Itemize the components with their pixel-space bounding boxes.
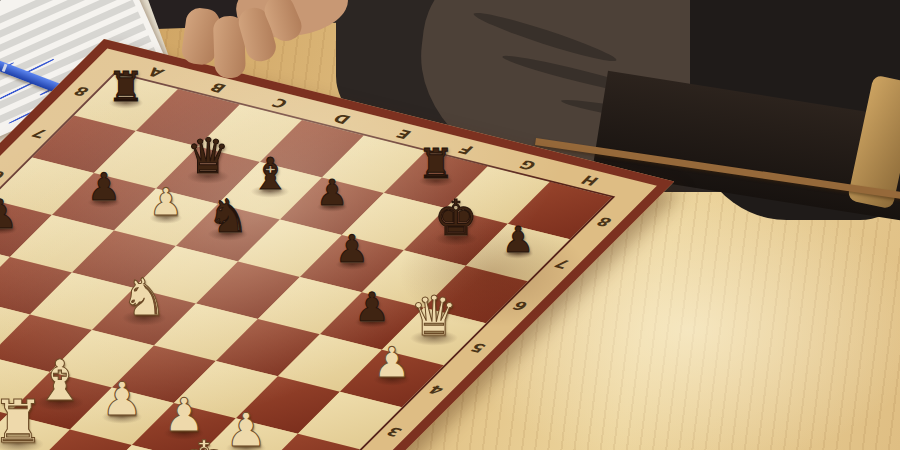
file-label-e: E	[392, 126, 415, 141]
reaching-hand	[175, 0, 359, 95]
piece-black-pawn-g5[interactable]: ♟	[352, 287, 392, 327]
piece-white-pawn-e2[interactable]: ♟	[99, 376, 145, 422]
piece-black-rook-f8[interactable]: ♜	[416, 144, 457, 185]
piece-white-king-g1[interactable]: ♚	[171, 432, 237, 450]
rank-label-left-7: 7	[28, 125, 51, 140]
piece-black-pawn-h7[interactable]: ♟	[500, 222, 536, 258]
file-label-c: C	[268, 95, 292, 110]
rank-label-right-4: 4	[425, 382, 448, 397]
rank-label-right-8: 8	[593, 214, 616, 229]
piece-black-rook-a8[interactable]: ♜	[106, 67, 147, 108]
piece-white-knight-d4[interactable]: ♞	[118, 272, 169, 323]
piece-white-rook-d1[interactable]: ♜	[0, 392, 48, 450]
piece-black-queen-c7[interactable]: ♛	[184, 133, 233, 182]
piece-white-queen-h5[interactable]: ♛	[407, 289, 462, 344]
piece-white-pawn-h4[interactable]: ♟	[371, 342, 413, 384]
piece-black-bishop-d7[interactable]: ♝	[248, 153, 292, 197]
file-label-a: A	[144, 64, 169, 80]
piece-black-knight-d6[interactable]: ♞	[205, 193, 251, 239]
file-label-h: H	[577, 173, 603, 189]
rank-label-right-3: 3	[383, 424, 406, 439]
file-label-f: F	[454, 142, 477, 157]
photo-canvas: ABCDEFGH8877665544332211 ♜♜♛♝♚♟♟♞♟♟♟♟♟♛♞…	[0, 0, 900, 450]
piece-white-pawn-c6[interactable]: ♟	[147, 184, 185, 222]
file-label-d: D	[329, 111, 354, 127]
piece-black-pawn-e7[interactable]: ♟	[314, 175, 350, 211]
file-label-g: G	[515, 157, 540, 173]
piece-black-pawn-b6[interactable]: ♟	[85, 169, 123, 207]
rank-label-left-8: 8	[70, 83, 93, 98]
piece-black-pawn-a5[interactable]: ♟	[0, 194, 20, 234]
rank-label-right-5: 5	[467, 340, 490, 355]
piece-black-king-g7[interactable]: ♚	[432, 195, 481, 244]
piece-black-pawn-f6[interactable]: ♟	[333, 231, 371, 269]
